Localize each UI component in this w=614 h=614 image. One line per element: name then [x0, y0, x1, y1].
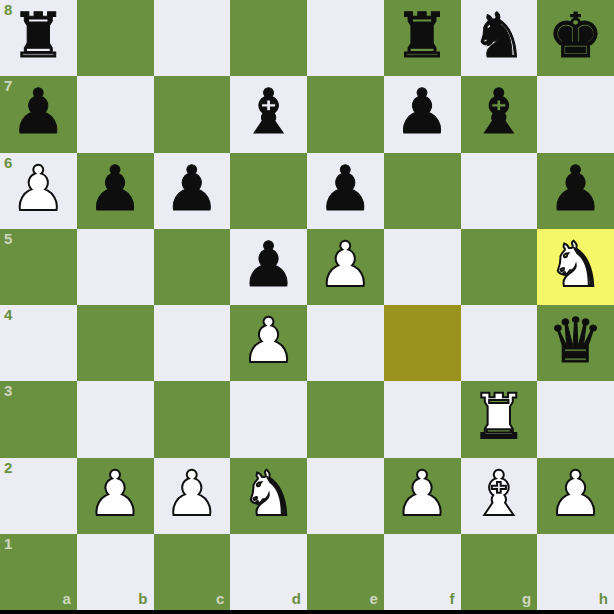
- chess-board: 8♜♜♞♚7♟♝♟♝6♟♟♟♟♟5♟♟♞4♟♛3♜2♟♟♞♟♝♟1abcdefg…: [0, 0, 614, 610]
- square-a5[interactable]: 5: [0, 229, 77, 305]
- square-d5[interactable]: ♟: [230, 229, 307, 305]
- square-c1[interactable]: c: [154, 534, 231, 610]
- piece-white-rook[interactable]: ♜: [471, 386, 527, 448]
- square-d4[interactable]: ♟: [230, 305, 307, 381]
- square-b5[interactable]: [77, 229, 154, 305]
- piece-black-pawn[interactable]: ♟: [11, 81, 67, 143]
- piece-white-pawn[interactable]: ♟: [394, 463, 450, 525]
- square-d7[interactable]: ♝: [230, 76, 307, 152]
- square-b3[interactable]: [77, 381, 154, 457]
- square-c3[interactable]: [154, 381, 231, 457]
- square-f7[interactable]: ♟: [384, 76, 461, 152]
- square-f3[interactable]: [384, 381, 461, 457]
- square-h5[interactable]: ♞: [537, 229, 614, 305]
- piece-black-pawn[interactable]: ♟: [87, 158, 143, 220]
- square-g4[interactable]: [461, 305, 538, 381]
- square-f1[interactable]: f: [384, 534, 461, 610]
- square-a1[interactable]: 1a: [0, 534, 77, 610]
- square-c2[interactable]: ♟: [154, 458, 231, 534]
- piece-white-knight[interactable]: ♞: [241, 463, 297, 525]
- square-a7[interactable]: 7♟: [0, 76, 77, 152]
- rank-label-4: 4: [4, 306, 12, 323]
- piece-black-pawn[interactable]: ♟: [548, 158, 604, 220]
- square-d1[interactable]: d: [230, 534, 307, 610]
- square-f5[interactable]: [384, 229, 461, 305]
- rank-label-3: 3: [4, 382, 12, 399]
- square-h1[interactable]: h: [537, 534, 614, 610]
- square-g3[interactable]: ♜: [461, 381, 538, 457]
- square-a2[interactable]: 2: [0, 458, 77, 534]
- file-label-d: d: [292, 590, 301, 607]
- square-f4[interactable]: [384, 305, 461, 381]
- square-b2[interactable]: ♟: [77, 458, 154, 534]
- board-bottom-border: [0, 610, 614, 614]
- piece-white-pawn[interactable]: ♟: [318, 234, 374, 296]
- square-d8[interactable]: [230, 0, 307, 76]
- square-h7[interactable]: [537, 76, 614, 152]
- piece-black-pawn[interactable]: ♟: [164, 158, 220, 220]
- piece-black-queen[interactable]: ♛: [548, 310, 604, 372]
- square-d2[interactable]: ♞: [230, 458, 307, 534]
- square-e4[interactable]: [307, 305, 384, 381]
- piece-black-pawn[interactable]: ♟: [241, 234, 297, 296]
- square-c5[interactable]: [154, 229, 231, 305]
- square-b7[interactable]: [77, 76, 154, 152]
- piece-white-pawn[interactable]: ♟: [87, 463, 143, 525]
- square-g7[interactable]: ♝: [461, 76, 538, 152]
- piece-black-bishop[interactable]: ♝: [471, 81, 527, 143]
- file-label-f: f: [450, 590, 455, 607]
- square-g2[interactable]: ♝: [461, 458, 538, 534]
- square-e3[interactable]: [307, 381, 384, 457]
- square-a6[interactable]: 6♟: [0, 153, 77, 229]
- piece-white-knight[interactable]: ♞: [548, 234, 604, 296]
- square-e2[interactable]: [307, 458, 384, 534]
- piece-black-king[interactable]: ♚: [548, 5, 604, 67]
- piece-black-pawn[interactable]: ♟: [394, 81, 450, 143]
- square-b1[interactable]: b: [77, 534, 154, 610]
- square-g6[interactable]: [461, 153, 538, 229]
- file-label-h: h: [599, 590, 608, 607]
- piece-black-pawn[interactable]: ♟: [318, 158, 374, 220]
- square-a3[interactable]: 3: [0, 381, 77, 457]
- piece-black-knight[interactable]: ♞: [471, 5, 527, 67]
- square-d3[interactable]: [230, 381, 307, 457]
- square-h8[interactable]: ♚: [537, 0, 614, 76]
- chess-board-wrap: 8♜♜♞♚7♟♝♟♝6♟♟♟♟♟5♟♟♞4♟♛3♜2♟♟♞♟♝♟1abcdefg…: [0, 0, 614, 614]
- square-c4[interactable]: [154, 305, 231, 381]
- square-b6[interactable]: ♟: [77, 153, 154, 229]
- file-label-g: g: [522, 590, 531, 607]
- square-e8[interactable]: [307, 0, 384, 76]
- piece-black-rook[interactable]: ♜: [11, 5, 67, 67]
- square-c6[interactable]: ♟: [154, 153, 231, 229]
- square-e7[interactable]: [307, 76, 384, 152]
- piece-white-pawn[interactable]: ♟: [164, 463, 220, 525]
- file-label-e: e: [369, 590, 377, 607]
- square-f2[interactable]: ♟: [384, 458, 461, 534]
- square-h2[interactable]: ♟: [537, 458, 614, 534]
- piece-white-bishop[interactable]: ♝: [471, 463, 527, 525]
- square-g5[interactable]: [461, 229, 538, 305]
- piece-black-bishop[interactable]: ♝: [241, 81, 297, 143]
- square-c8[interactable]: [154, 0, 231, 76]
- piece-black-rook[interactable]: ♜: [394, 5, 450, 67]
- square-f8[interactable]: ♜: [384, 0, 461, 76]
- square-e5[interactable]: ♟: [307, 229, 384, 305]
- square-e1[interactable]: e: [307, 534, 384, 610]
- rank-label-1: 1: [4, 535, 12, 552]
- square-a4[interactable]: 4: [0, 305, 77, 381]
- square-c7[interactable]: [154, 76, 231, 152]
- piece-white-pawn[interactable]: ♟: [11, 158, 67, 220]
- square-g8[interactable]: ♞: [461, 0, 538, 76]
- file-label-b: b: [138, 590, 147, 607]
- square-h3[interactable]: [537, 381, 614, 457]
- square-b8[interactable]: [77, 0, 154, 76]
- piece-white-pawn[interactable]: ♟: [548, 463, 604, 525]
- rank-label-5: 5: [4, 230, 12, 247]
- square-e6[interactable]: ♟: [307, 153, 384, 229]
- rank-label-2: 2: [4, 459, 12, 476]
- square-h4[interactable]: ♛: [537, 305, 614, 381]
- file-label-a: a: [62, 590, 70, 607]
- square-d6[interactable]: [230, 153, 307, 229]
- square-h6[interactable]: ♟: [537, 153, 614, 229]
- piece-white-pawn[interactable]: ♟: [241, 310, 297, 372]
- square-a8[interactable]: 8♜: [0, 0, 77, 76]
- square-b4[interactable]: [77, 305, 154, 381]
- square-f6[interactable]: [384, 153, 461, 229]
- square-g1[interactable]: g: [461, 534, 538, 610]
- file-label-c: c: [216, 590, 224, 607]
